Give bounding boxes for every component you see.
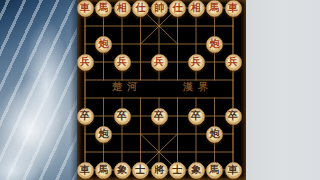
piece-character: 卒	[117, 111, 127, 121]
piece-character: 馬	[99, 165, 109, 175]
piece-black-cannon[interactable]: 炮	[206, 126, 223, 143]
piece-black-soldier[interactable]: 卒	[114, 108, 131, 125]
piece-character: 象	[191, 165, 201, 175]
piece-character: 兵	[117, 57, 127, 67]
piece-red-soldier[interactable]: 兵	[114, 54, 131, 71]
piece-character: 炮	[99, 39, 109, 49]
piece-black-general[interactable]: 將	[151, 162, 168, 179]
piece-black-horse[interactable]: 馬	[206, 162, 223, 179]
screen: 楚河 漢界 車馬相仕帥仕相馬車炮炮兵兵兵兵兵卒卒卒卒卒炮炮車馬象士將士象馬車	[0, 0, 320, 180]
piece-character: 車	[80, 165, 90, 175]
piece-character: 車	[228, 165, 238, 175]
piece-red-cannon[interactable]: 炮	[95, 36, 112, 53]
piece-character: 卒	[228, 111, 238, 121]
piece-red-cannon[interactable]: 炮	[206, 36, 223, 53]
piece-character: 將	[154, 165, 164, 175]
piece-red-advisor[interactable]: 仕	[132, 0, 149, 17]
piece-character: 炮	[210, 39, 220, 49]
piece-character: 象	[117, 165, 127, 175]
piece-character: 炮	[99, 129, 109, 139]
piece-character: 兵	[228, 57, 238, 67]
piece-black-elephant[interactable]: 象	[188, 162, 205, 179]
piece-character: 兵	[191, 57, 201, 67]
piece-character: 卒	[80, 111, 90, 121]
piece-character: 相	[191, 3, 201, 13]
piece-character: 馬	[210, 165, 220, 175]
piece-character: 車	[228, 3, 238, 13]
piece-red-soldier[interactable]: 兵	[151, 54, 168, 71]
piece-character: 卒	[154, 111, 164, 121]
piece-character: 士	[136, 165, 146, 175]
pieces-layer: 車馬相仕帥仕相馬車炮炮兵兵兵兵兵卒卒卒卒卒炮炮車馬象士將士象馬車	[76, 0, 243, 179]
piece-red-chariot[interactable]: 車	[77, 0, 94, 17]
piece-black-soldier[interactable]: 卒	[77, 108, 94, 125]
piece-red-general[interactable]: 帥	[151, 0, 168, 17]
piece-black-cannon[interactable]: 炮	[95, 126, 112, 143]
piece-character: 馬	[99, 3, 109, 13]
piece-black-soldier[interactable]: 卒	[188, 108, 205, 125]
piece-character: 馬	[210, 3, 220, 13]
piece-red-advisor[interactable]: 仕	[169, 0, 186, 17]
piece-character: 仕	[136, 3, 146, 13]
piece-character: 車	[80, 3, 90, 13]
piece-black-chariot[interactable]: 車	[225, 162, 242, 179]
piece-red-chariot[interactable]: 車	[225, 0, 242, 17]
piece-character: 卒	[191, 111, 201, 121]
piece-character: 相	[117, 3, 127, 13]
background-photo-mountain	[0, 0, 77, 180]
piece-red-soldier[interactable]: 兵	[77, 54, 94, 71]
piece-black-horse[interactable]: 馬	[95, 162, 112, 179]
xiangqi-board[interactable]: 楚河 漢界 車馬相仕帥仕相馬車炮炮兵兵兵兵兵卒卒卒卒卒炮炮車馬象士將士象馬車	[77, 0, 246, 180]
piece-black-advisor[interactable]: 士	[132, 162, 149, 179]
piece-black-soldier[interactable]: 卒	[225, 108, 242, 125]
piece-character: 仕	[173, 3, 183, 13]
piece-red-horse[interactable]: 馬	[95, 0, 112, 17]
background-panel-right	[246, 0, 320, 180]
piece-black-advisor[interactable]: 士	[169, 162, 186, 179]
piece-red-elephant[interactable]: 相	[114, 0, 131, 17]
piece-character: 帥	[154, 3, 164, 13]
piece-red-horse[interactable]: 馬	[206, 0, 223, 17]
piece-black-soldier[interactable]: 卒	[151, 108, 168, 125]
piece-character: 士	[173, 165, 183, 175]
piece-character: 兵	[80, 57, 90, 67]
piece-black-chariot[interactable]: 車	[77, 162, 94, 179]
piece-red-elephant[interactable]: 相	[188, 0, 205, 17]
piece-character: 炮	[210, 129, 220, 139]
piece-red-soldier[interactable]: 兵	[188, 54, 205, 71]
piece-red-soldier[interactable]: 兵	[225, 54, 242, 71]
piece-black-elephant[interactable]: 象	[114, 162, 131, 179]
piece-character: 兵	[154, 57, 164, 67]
